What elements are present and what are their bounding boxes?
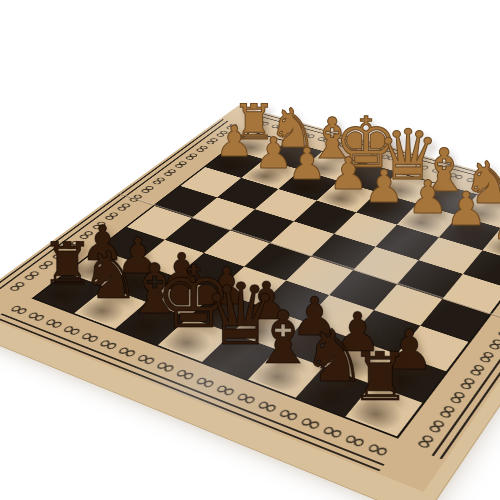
square-c7 — [277, 321, 350, 366]
square-g8 — [74, 287, 146, 329]
square-h7 — [67, 249, 136, 287]
piece-shadow — [234, 313, 294, 347]
square-c8 — [248, 350, 323, 398]
square-b8 — [296, 367, 372, 417]
square-a7 — [372, 354, 446, 403]
square-e6 — [217, 267, 286, 307]
piece-shadow — [149, 283, 207, 315]
square-d5 — [286, 257, 353, 296]
square-f8 — [115, 302, 188, 345]
square-h8 — [35, 273, 107, 313]
square-c6 — [304, 295, 374, 337]
photo-canvas: ∞∞∞∞∞∞∞∞∞∞∞∞∞∞∞∞∞∞∞∞∞∞∞∞∞∞∞∞∞∞ ∞∞∞∞∞∞∞∞∞… — [0, 0, 500, 500]
square-d6 — [260, 281, 329, 322]
square-a4 — [442, 274, 500, 314]
square-c5 — [329, 270, 397, 310]
piece-shadow — [347, 393, 411, 434]
square-a6 — [397, 326, 468, 372]
square-a3 — [463, 250, 500, 288]
square-d7 — [232, 306, 304, 350]
square-b6 — [350, 310, 421, 354]
square-a5 — [420, 299, 489, 342]
piece-shadow — [160, 325, 221, 360]
piece-shadow — [374, 362, 436, 400]
piece-shadow — [190, 298, 249, 331]
piece-shadow — [204, 341, 266, 377]
square-g7 — [106, 263, 176, 302]
piece-shadow — [37, 280, 95, 311]
piece-shadow — [298, 375, 361, 414]
chain-pattern: ∞∞∞∞∞∞∞∞∞∞∞∞∞∞∞∞∞∞∞∞∞∞∞∞∞∞∞∞∞∞ — [1, 299, 399, 466]
piece-shadow — [76, 294, 135, 326]
piece-shadow — [250, 358, 313, 395]
piece-shadow — [108, 269, 165, 299]
scene: ∞∞∞∞∞∞∞∞∞∞∞∞∞∞∞∞∞∞∞∞∞∞∞∞∞∞∞∞∞∞ ∞∞∞∞∞∞∞∞∞… — [0, 0, 500, 500]
square-e8 — [158, 317, 232, 362]
border-rule-bottom — [0, 313, 385, 471]
square-f6 — [176, 253, 244, 291]
square-b7 — [324, 337, 397, 384]
chain-border-bottom: ∞∞∞∞∞∞∞∞∞∞∞∞∞∞∞∞∞∞∞∞∞∞∞∞∞∞∞∞∞∞ — [1, 299, 400, 466]
square-a8 — [345, 384, 422, 436]
piece-shadow — [279, 329, 339, 364]
chessboard: ∞∞∞∞∞∞∞∞∞∞∞∞∞∞∞∞∞∞∞∞∞∞∞∞∞∞∞∞∞∞ ∞∞∞∞∞∞∞∞∞… — [0, 106, 500, 492]
board-grid — [32, 131, 500, 439]
piece-shadow — [69, 256, 125, 285]
piece-shadow — [326, 345, 387, 381]
square-b4 — [397, 260, 463, 299]
piece-shadow — [117, 309, 177, 343]
border-rule-right — [432, 223, 500, 459]
square-f7 — [147, 277, 218, 318]
square-b5 — [374, 284, 442, 325]
square-e7 — [188, 291, 259, 333]
square-d8 — [202, 333, 277, 379]
